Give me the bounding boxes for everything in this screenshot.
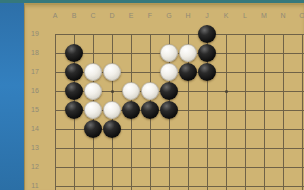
stone-black-F15[interactable] — [141, 101, 159, 119]
stone-black-J19[interactable] — [198, 25, 216, 43]
stone-white-C17[interactable] — [84, 63, 102, 81]
stone-white-D15[interactable] — [103, 101, 121, 119]
row-label-16: 16 — [25, 87, 45, 95]
column-label-A: A — [49, 12, 61, 20]
grid-hline-12 — [55, 167, 304, 168]
row-label-19: 19 — [25, 30, 45, 38]
stone-white-F16[interactable] — [141, 82, 159, 100]
stone-white-G18[interactable] — [160, 44, 178, 62]
column-label-E: E — [125, 12, 137, 20]
row-label-17: 17 — [25, 68, 45, 76]
stone-black-J17[interactable] — [198, 63, 216, 81]
column-label-O: O — [296, 12, 304, 20]
stone-black-C14[interactable] — [84, 120, 102, 138]
row-label-14: 14 — [25, 125, 45, 133]
stone-white-C16[interactable] — [84, 82, 102, 100]
column-label-G: G — [163, 12, 175, 20]
star-point-K16 — [225, 90, 228, 93]
column-label-F: F — [144, 12, 156, 20]
stone-black-B17[interactable] — [65, 63, 83, 81]
stone-black-G16[interactable] — [160, 82, 178, 100]
stone-black-B16[interactable] — [65, 82, 83, 100]
column-label-M: M — [258, 12, 270, 20]
stone-black-D14[interactable] — [103, 120, 121, 138]
goban[interactable]: ABCDEFGHJKLMNO 191817161514131211 — [24, 3, 304, 190]
column-label-N: N — [277, 12, 289, 20]
column-label-K: K — [220, 12, 232, 20]
column-label-H: H — [182, 12, 194, 20]
stone-white-C15[interactable] — [84, 101, 102, 119]
column-label-L: L — [239, 12, 251, 20]
row-label-12: 12 — [25, 163, 45, 171]
app-window: ABCDEFGHJKLMNO 191817161514131211 — [0, 0, 304, 190]
stone-black-E15[interactable] — [122, 101, 140, 119]
column-label-D: D — [106, 12, 118, 20]
stone-white-D17[interactable] — [103, 63, 121, 81]
row-label-13: 13 — [25, 144, 45, 152]
row-label-18: 18 — [25, 49, 45, 57]
stone-black-J18[interactable] — [198, 44, 216, 62]
column-label-C: C — [87, 12, 99, 20]
stone-white-H18[interactable] — [179, 44, 197, 62]
column-label-J: J — [201, 12, 213, 20]
stone-black-B18[interactable] — [65, 44, 83, 62]
row-label-11: 11 — [25, 182, 45, 190]
grid-hline-19 — [55, 34, 304, 35]
stone-black-H17[interactable] — [179, 63, 197, 81]
stone-black-G15[interactable] — [160, 101, 178, 119]
row-label-15: 15 — [25, 106, 45, 114]
stone-black-B15[interactable] — [65, 101, 83, 119]
column-label-B: B — [68, 12, 80, 20]
grid-hline-13 — [55, 148, 304, 149]
star-point-D16 — [111, 90, 114, 93]
stone-white-G17[interactable] — [160, 63, 178, 81]
top-accent-bar — [0, 0, 304, 3]
grid-hline-11 — [55, 186, 304, 187]
stone-white-E16[interactable] — [122, 82, 140, 100]
